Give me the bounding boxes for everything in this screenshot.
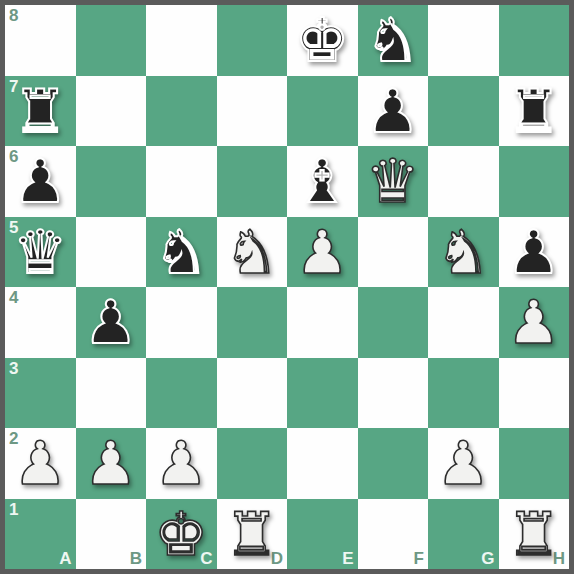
piece-black-knight[interactable]: ♞: [366, 10, 420, 70]
square-h2[interactable]: [499, 428, 570, 499]
piece-white-pawn[interactable]: ♟: [84, 433, 138, 493]
piece-black-pawn[interactable]: ♟: [366, 81, 420, 141]
square-c3[interactable]: [146, 358, 217, 429]
square-b5[interactable]: [76, 217, 147, 288]
square-d8[interactable]: [217, 5, 288, 76]
square-b7[interactable]: [76, 76, 147, 147]
piece-black-pawn[interactable]: ♟: [507, 222, 561, 282]
square-f6[interactable]: ♛: [358, 146, 429, 217]
square-h8[interactable]: [499, 5, 570, 76]
square-a2[interactable]: 2♟: [5, 428, 76, 499]
square-c7[interactable]: [146, 76, 217, 147]
square-f8[interactable]: ♞: [358, 5, 429, 76]
square-b8[interactable]: [76, 5, 147, 76]
square-f5[interactable]: [358, 217, 429, 288]
square-g1[interactable]: G: [428, 499, 499, 570]
square-d4[interactable]: [217, 287, 288, 358]
square-c8[interactable]: [146, 5, 217, 76]
square-f2[interactable]: [358, 428, 429, 499]
square-g2[interactable]: ♟: [428, 428, 499, 499]
square-f1[interactable]: F: [358, 499, 429, 570]
piece-black-rook[interactable]: ♜: [13, 81, 67, 141]
piece-white-pawn[interactable]: ♟: [154, 433, 208, 493]
rank-label-4: 4: [9, 289, 18, 306]
file-label-e: E: [342, 550, 353, 567]
square-e5[interactable]: ♟: [287, 217, 358, 288]
square-d5[interactable]: ♞: [217, 217, 288, 288]
square-g6[interactable]: [428, 146, 499, 217]
square-e4[interactable]: [287, 287, 358, 358]
square-e8[interactable]: ♚: [287, 5, 358, 76]
square-g8[interactable]: [428, 5, 499, 76]
square-a7[interactable]: 7♜: [5, 76, 76, 147]
chess-board: 8♚♞7♜♟♜6♟♝♛5♛♞♞♟♞♟4♟♟32♟♟♟♟1ABC♚D♜EFGH♜: [5, 5, 569, 569]
piece-white-rook[interactable]: ♜: [507, 504, 561, 564]
piece-white-pawn[interactable]: ♟: [13, 433, 67, 493]
square-f7[interactable]: ♟: [358, 76, 429, 147]
piece-black-knight[interactable]: ♞: [154, 222, 208, 282]
piece-black-bishop[interactable]: ♝: [295, 151, 349, 211]
square-h1[interactable]: H♜: [499, 499, 570, 570]
board-frame: 8♚♞7♜♟♜6♟♝♛5♛♞♞♟♞♟4♟♟32♟♟♟♟1ABC♚D♜EFGH♜: [0, 0, 574, 574]
square-a1[interactable]: 1A: [5, 499, 76, 570]
piece-white-knight[interactable]: ♞: [436, 222, 490, 282]
square-b2[interactable]: ♟: [76, 428, 147, 499]
square-a6[interactable]: 6♟: [5, 146, 76, 217]
square-g7[interactable]: [428, 76, 499, 147]
piece-white-pawn[interactable]: ♟: [507, 292, 561, 352]
square-c6[interactable]: [146, 146, 217, 217]
square-e3[interactable]: [287, 358, 358, 429]
square-h3[interactable]: [499, 358, 570, 429]
square-c1[interactable]: C♚: [146, 499, 217, 570]
square-a3[interactable]: 3: [5, 358, 76, 429]
square-a8[interactable]: 8: [5, 5, 76, 76]
square-b3[interactable]: [76, 358, 147, 429]
file-label-g: G: [481, 550, 494, 567]
piece-white-rook[interactable]: ♜: [225, 504, 279, 564]
piece-black-queen[interactable]: ♛: [13, 222, 67, 282]
square-f4[interactable]: [358, 287, 429, 358]
square-h4[interactable]: ♟: [499, 287, 570, 358]
piece-white-king[interactable]: ♚: [154, 504, 208, 564]
square-b4[interactable]: ♟: [76, 287, 147, 358]
square-c5[interactable]: ♞: [146, 217, 217, 288]
file-label-a: A: [59, 550, 71, 567]
piece-white-pawn[interactable]: ♟: [295, 222, 349, 282]
rank-label-8: 8: [9, 7, 18, 24]
file-label-f: F: [414, 550, 424, 567]
square-d1[interactable]: D♜: [217, 499, 288, 570]
square-b6[interactable]: [76, 146, 147, 217]
square-c4[interactable]: [146, 287, 217, 358]
rank-label-3: 3: [9, 360, 18, 377]
piece-black-pawn[interactable]: ♟: [13, 151, 67, 211]
square-e2[interactable]: [287, 428, 358, 499]
rank-label-1: 1: [9, 501, 18, 518]
piece-black-rook[interactable]: ♜: [507, 81, 561, 141]
piece-white-knight[interactable]: ♞: [225, 222, 279, 282]
square-g4[interactable]: [428, 287, 499, 358]
square-a5[interactable]: 5♛: [5, 217, 76, 288]
square-d3[interactable]: [217, 358, 288, 429]
square-e6[interactable]: ♝: [287, 146, 358, 217]
square-d2[interactable]: [217, 428, 288, 499]
square-g5[interactable]: ♞: [428, 217, 499, 288]
square-h6[interactable]: [499, 146, 570, 217]
piece-white-pawn[interactable]: ♟: [436, 433, 490, 493]
square-d7[interactable]: [217, 76, 288, 147]
piece-white-queen[interactable]: ♛: [366, 151, 420, 211]
piece-black-king[interactable]: ♚: [295, 10, 349, 70]
square-e7[interactable]: [287, 76, 358, 147]
square-f3[interactable]: [358, 358, 429, 429]
square-a4[interactable]: 4: [5, 287, 76, 358]
square-d6[interactable]: [217, 146, 288, 217]
square-b1[interactable]: B: [76, 499, 147, 570]
square-g3[interactable]: [428, 358, 499, 429]
square-c2[interactable]: ♟: [146, 428, 217, 499]
file-label-b: B: [130, 550, 142, 567]
square-e1[interactable]: E: [287, 499, 358, 570]
piece-black-pawn[interactable]: ♟: [84, 292, 138, 352]
square-h7[interactable]: ♜: [499, 76, 570, 147]
square-h5[interactable]: ♟: [499, 217, 570, 288]
